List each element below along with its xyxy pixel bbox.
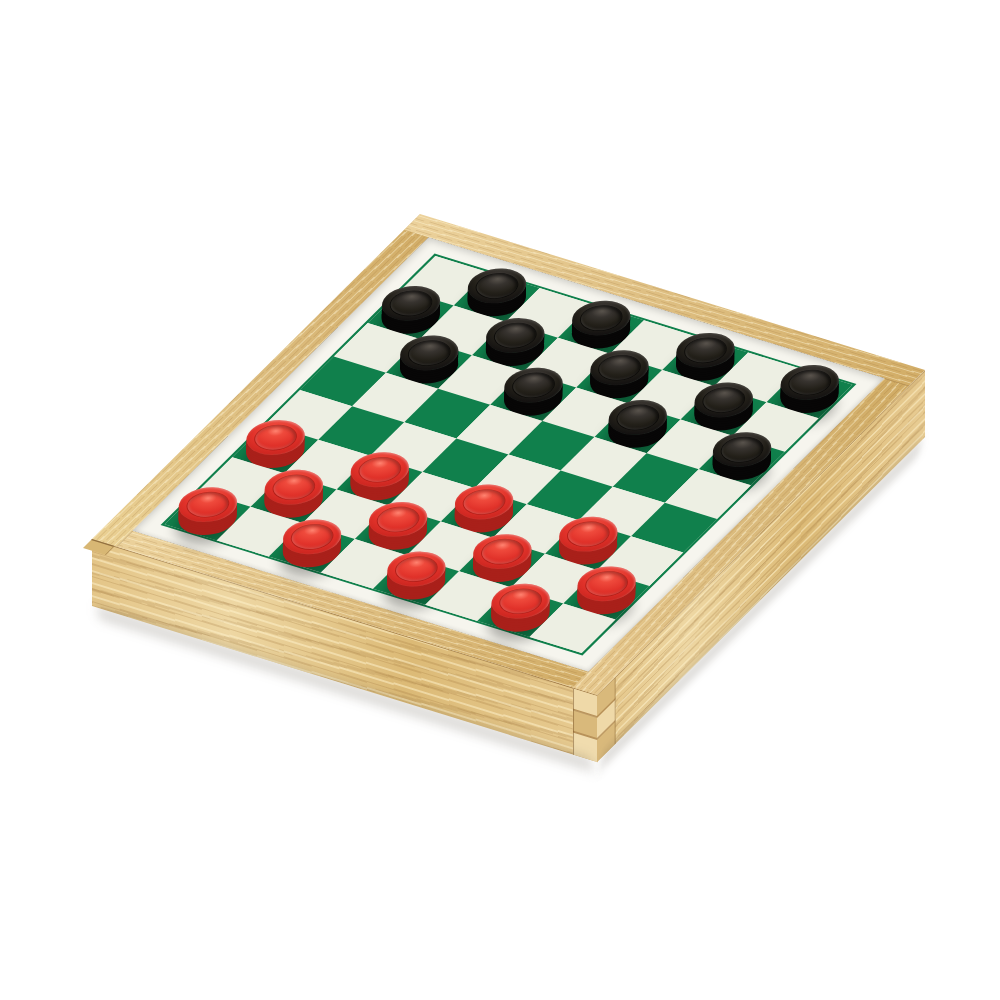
checkers-set-photo [0,0,1000,1000]
finger-joint-left [573,689,598,763]
